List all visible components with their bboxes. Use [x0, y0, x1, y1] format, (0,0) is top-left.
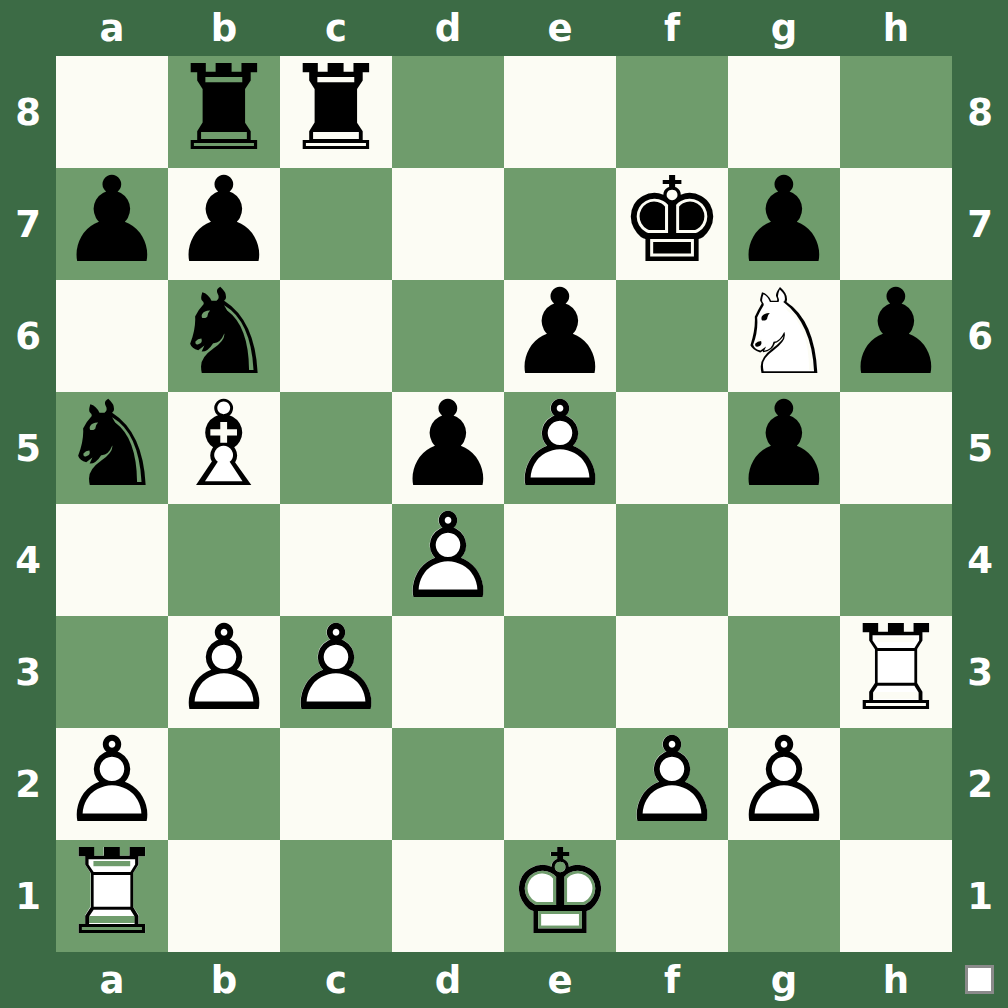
rank-label-2-right: 2: [952, 728, 1008, 840]
square-c8[interactable]: ♜: [280, 56, 392, 168]
square-f4[interactable]: [616, 504, 728, 616]
square-f6[interactable]: [616, 280, 728, 392]
square-c5[interactable]: [280, 392, 392, 504]
square-h1[interactable]: [840, 840, 952, 952]
square-e5[interactable]: ♟♙: [504, 392, 616, 504]
file-label-d-bottom: d: [392, 952, 504, 1008]
rank-label-2-left: 2: [0, 728, 56, 840]
square-d8[interactable]: [392, 56, 504, 168]
square-c6[interactable]: [280, 280, 392, 392]
black-pawn-glyph: ♟: [56, 164, 168, 276]
white-rook-outline: ♖: [56, 836, 168, 948]
square-b1[interactable]: [168, 840, 280, 952]
square-e3[interactable]: [504, 616, 616, 728]
white-pawn-outline: ♙: [280, 612, 392, 724]
chess-board-frame: abcdefgh abcdefgh 87654321 87654321 ♜♜♟♟…: [0, 0, 1008, 1008]
rank-label-1-right: 1: [952, 840, 1008, 952]
white-pawn[interactable]: ♟♙: [280, 616, 392, 728]
square-g1[interactable]: [728, 840, 840, 952]
square-f5[interactable]: [616, 392, 728, 504]
black-king-glyph: ♚: [616, 164, 728, 276]
white-pawn[interactable]: ♟♙: [616, 728, 728, 840]
square-d7[interactable]: [392, 168, 504, 280]
square-e4[interactable]: [504, 504, 616, 616]
file-label-e-top: e: [504, 0, 616, 56]
rank-label-3-right: 3: [952, 616, 1008, 728]
file-label-h-bottom: h: [840, 952, 952, 1008]
rank-label-6-right: 6: [952, 280, 1008, 392]
black-pawn-glyph: ♟: [840, 276, 952, 388]
rank-label-7-right: 7: [952, 168, 1008, 280]
black-pawn-glyph: ♟: [728, 164, 840, 276]
white-knight-outline: ♘: [728, 276, 840, 388]
black-knight[interactable]: ♞: [56, 392, 168, 504]
square-c2[interactable]: [280, 728, 392, 840]
square-f7[interactable]: ♚: [616, 168, 728, 280]
white-pawn-outline: ♙: [616, 724, 728, 836]
rank-label-3-left: 3: [0, 616, 56, 728]
square-c7[interactable]: [280, 168, 392, 280]
file-label-f-top: f: [616, 0, 728, 56]
file-label-a-top: a: [56, 0, 168, 56]
square-d4[interactable]: ♟♙: [392, 504, 504, 616]
square-e8[interactable]: [504, 56, 616, 168]
white-rook-outline: ♖: [840, 612, 952, 724]
black-pawn[interactable]: ♟: [840, 280, 952, 392]
file-label-b-bottom: b: [168, 952, 280, 1008]
square-h8[interactable]: [840, 56, 952, 168]
white-pawn[interactable]: ♟♙: [168, 616, 280, 728]
square-g4[interactable]: [728, 504, 840, 616]
square-e1[interactable]: ♚♔: [504, 840, 616, 952]
black-king[interactable]: ♚: [616, 168, 728, 280]
white-king[interactable]: ♚♔: [504, 840, 616, 952]
square-h6[interactable]: ♟: [840, 280, 952, 392]
white-pawn[interactable]: ♟♙: [728, 728, 840, 840]
square-c1[interactable]: [280, 840, 392, 952]
black-rook-glyph: ♜: [168, 52, 280, 164]
square-f2[interactable]: ♟♙: [616, 728, 728, 840]
chess-board: ♜♜♟♟♚♟♞♟♞♘♟♞♝♗♟♟♙♟♟♙♟♙♟♙♜♖♟♙♟♙♟♙♜♖♚♔: [56, 56, 952, 952]
rank-label-6-left: 6: [0, 280, 56, 392]
white-pawn-outline: ♙: [728, 724, 840, 836]
file-labels-bottom: abcdefgh: [56, 952, 952, 1008]
square-a5[interactable]: ♞: [56, 392, 168, 504]
rank-label-4-left: 4: [0, 504, 56, 616]
square-h2[interactable]: [840, 728, 952, 840]
white-king-outline: ♔: [504, 836, 616, 948]
rank-label-8-right: 8: [952, 56, 1008, 168]
rank-label-8-left: 8: [0, 56, 56, 168]
file-label-g-bottom: g: [728, 952, 840, 1008]
white-pawn-outline: ♙: [168, 612, 280, 724]
square-g2[interactable]: ♟♙: [728, 728, 840, 840]
black-rook[interactable]: ♜: [280, 56, 392, 168]
rank-label-7-left: 7: [0, 168, 56, 280]
file-label-c-bottom: c: [280, 952, 392, 1008]
black-rook-glyph: ♜: [280, 52, 392, 164]
square-h3[interactable]: ♜♖: [840, 616, 952, 728]
file-label-g-top: g: [728, 0, 840, 56]
black-knight-glyph: ♞: [168, 276, 280, 388]
rank-label-4-right: 4: [952, 504, 1008, 616]
file-label-d-top: d: [392, 0, 504, 56]
rank-label-1-left: 1: [0, 840, 56, 952]
rank-labels-left: 87654321: [0, 56, 56, 952]
square-h5[interactable]: [840, 392, 952, 504]
white-pawn[interactable]: ♟♙: [504, 392, 616, 504]
square-a4[interactable]: [56, 504, 168, 616]
file-label-h-top: h: [840, 0, 952, 56]
black-pawn[interactable]: ♟: [728, 392, 840, 504]
black-pawn[interactable]: ♟: [56, 168, 168, 280]
white-pawn-outline: ♙: [56, 724, 168, 836]
black-pawn-glyph: ♟: [504, 276, 616, 388]
white-bishop-outline: ♗: [168, 388, 280, 500]
square-b2[interactable]: [168, 728, 280, 840]
rank-label-5-right: 5: [952, 392, 1008, 504]
black-pawn-glyph: ♟: [392, 388, 504, 500]
square-b3[interactable]: ♟♙: [168, 616, 280, 728]
square-f1[interactable]: [616, 840, 728, 952]
square-d3[interactable]: [392, 616, 504, 728]
square-a7[interactable]: ♟: [56, 168, 168, 280]
white-to-move-indicator: [965, 965, 994, 994]
white-rook[interactable]: ♜♖: [840, 616, 952, 728]
white-pawn[interactable]: ♟♙: [392, 504, 504, 616]
square-g5[interactable]: ♟: [728, 392, 840, 504]
rank-label-5-left: 5: [0, 392, 56, 504]
square-c3[interactable]: ♟♙: [280, 616, 392, 728]
white-pawn-outline: ♙: [392, 500, 504, 612]
square-b5[interactable]: ♝♗: [168, 392, 280, 504]
black-knight-glyph: ♞: [56, 388, 168, 500]
black-pawn-glyph: ♟: [168, 164, 280, 276]
square-d1[interactable]: [392, 840, 504, 952]
white-rook[interactable]: ♜♖: [56, 840, 168, 952]
square-d2[interactable]: [392, 728, 504, 840]
black-pawn-glyph: ♟: [728, 388, 840, 500]
white-bishop[interactable]: ♝♗: [168, 392, 280, 504]
rank-labels-right: 87654321: [952, 56, 1008, 952]
white-pawn-outline: ♙: [504, 388, 616, 500]
square-a1[interactable]: ♜♖: [56, 840, 168, 952]
file-label-f-bottom: f: [616, 952, 728, 1008]
